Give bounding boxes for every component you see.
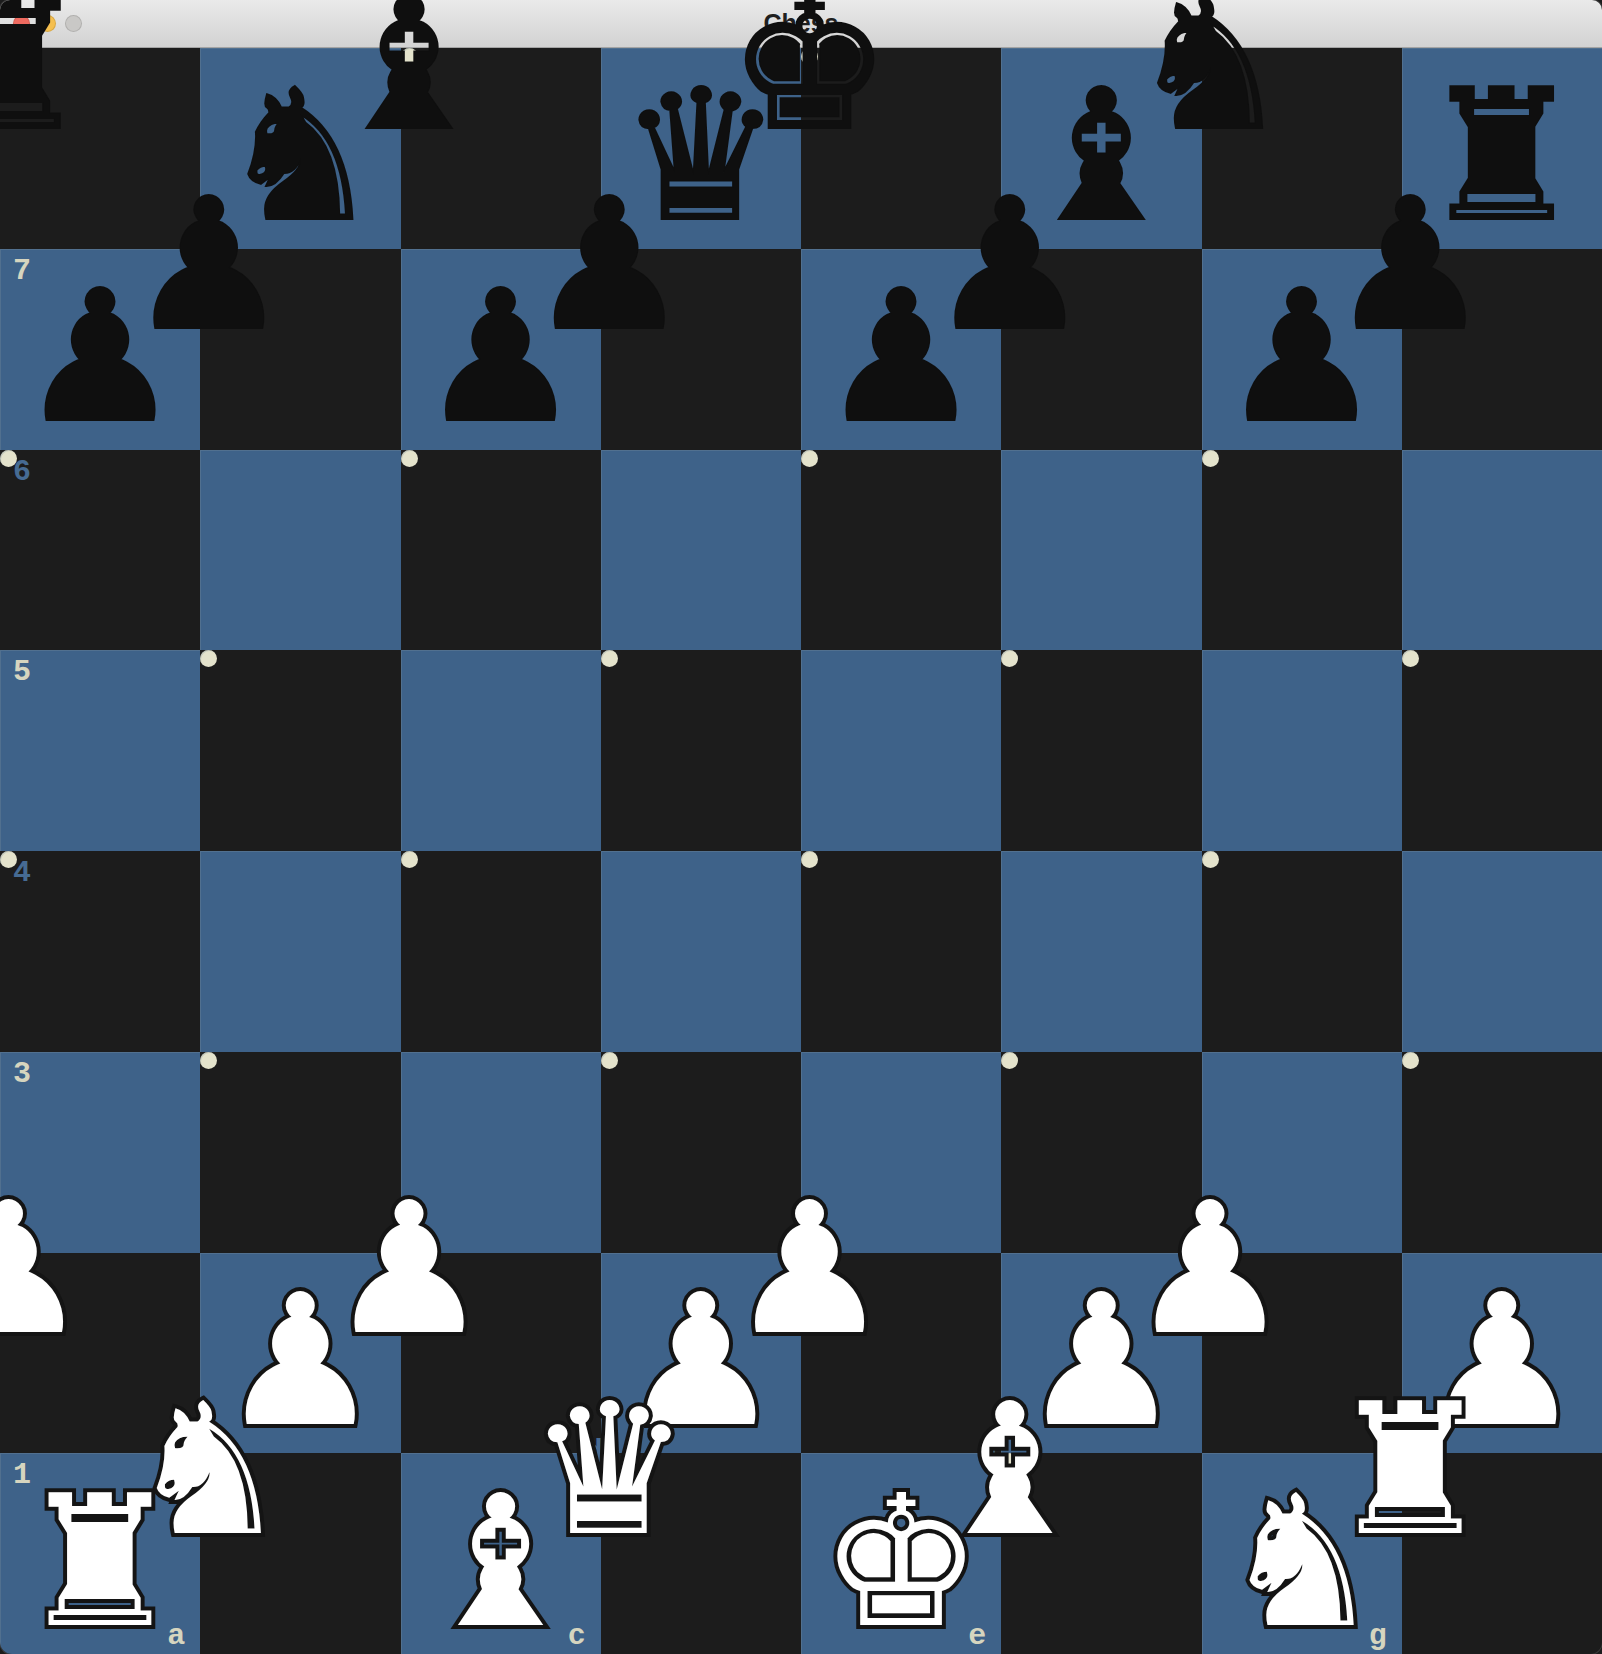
chess-board: 8♜♞♝♛♚♝♞♜7♟♟♟♟♟♟♟♟65432♟♟♟♟♟♟♟♟1a♜b♞c♝d♛… [0, 48, 1602, 1654]
rank-label-5: 5 [13, 657, 31, 687]
square-b7[interactable]: ♟ [200, 249, 217, 266]
square-h7[interactable]: ♟ [1402, 249, 1419, 266]
square-g8[interactable]: ♞ [1202, 48, 1219, 65]
piece-black-pawn[interactable]: ♟ [928, 174, 1091, 356]
square-e4[interactable] [801, 851, 818, 868]
rank-label-4: 4 [13, 858, 31, 888]
piece-white-pawn[interactable]: ♟ [1128, 1178, 1291, 1360]
square-h3[interactable] [1402, 1052, 1419, 1069]
square-d7[interactable]: ♟ [601, 249, 618, 266]
piece-black-bishop[interactable]: ♝ [327, 0, 490, 156]
square-d3[interactable] [601, 1052, 618, 1069]
square-h4[interactable] [1402, 851, 1602, 1052]
square-d5[interactable] [601, 650, 618, 667]
square-a6[interactable]: 6 [0, 450, 17, 467]
square-c4[interactable] [401, 851, 418, 868]
square-c6[interactable] [401, 450, 418, 467]
square-b3[interactable] [200, 1052, 217, 1069]
square-h5[interactable] [1402, 650, 1419, 667]
rank-label-6: 6 [13, 457, 31, 487]
square-e2[interactable]: ♟ [801, 1253, 818, 1270]
square-f1[interactable]: f♝ [1001, 1453, 1018, 1470]
square-f5[interactable] [1001, 650, 1018, 667]
piece-white-knight[interactable]: ♞ [127, 1379, 290, 1561]
chess-window: Chess 8♜♞♝♛♚♝♞♜7♟♟♟♟♟♟♟♟65432♟♟♟♟♟♟♟♟1a♜… [0, 0, 1602, 1654]
square-b6[interactable] [200, 450, 400, 651]
piece-black-pawn[interactable]: ♟ [127, 174, 290, 356]
square-f3[interactable] [1001, 1052, 1018, 1069]
square-f6[interactable] [1001, 450, 1201, 651]
piece-white-bishop[interactable]: ♝ [928, 1379, 1091, 1561]
piece-black-king[interactable]: ♚ [728, 0, 891, 156]
piece-white-queen[interactable]: ♛ [528, 1379, 691, 1561]
square-h1[interactable]: h♜ [1402, 1453, 1419, 1470]
piece-white-rook[interactable]: ♜ [1329, 1379, 1492, 1561]
piece-white-pawn[interactable]: ♟ [728, 1178, 891, 1360]
square-e8[interactable]: ♚ [801, 48, 818, 65]
square-g2[interactable]: ♟ [1202, 1253, 1219, 1270]
square-e5[interactable] [801, 650, 1001, 851]
piece-white-pawn[interactable]: ♟ [0, 1178, 90, 1360]
square-b5[interactable] [200, 650, 217, 667]
square-c2[interactable]: ♟ [401, 1253, 418, 1270]
rank-label-3: 3 [13, 1059, 31, 1089]
square-g4[interactable] [1202, 851, 1219, 868]
square-c5[interactable] [401, 650, 601, 851]
square-a5[interactable]: 5 [0, 650, 200, 851]
square-a2[interactable]: 2♟ [0, 1253, 17, 1270]
piece-black-knight[interactable]: ♞ [1128, 0, 1291, 156]
square-h6[interactable] [1402, 450, 1602, 651]
square-d1[interactable]: d♛ [601, 1453, 618, 1470]
square-g5[interactable] [1202, 650, 1402, 851]
square-c8[interactable]: ♝ [401, 48, 418, 65]
square-b4[interactable] [200, 851, 400, 1052]
square-e6[interactable] [801, 450, 818, 467]
piece-black-pawn[interactable]: ♟ [1329, 174, 1492, 356]
square-f4[interactable] [1001, 851, 1201, 1052]
square-f7[interactable]: ♟ [1001, 249, 1018, 266]
square-a8[interactable]: 8♜ [0, 48, 17, 65]
square-b1[interactable]: b♞ [200, 1453, 217, 1470]
square-g6[interactable] [1202, 450, 1219, 467]
square-a4[interactable]: 4 [0, 851, 17, 868]
piece-black-rook[interactable]: ♜ [0, 0, 90, 156]
square-d6[interactable] [601, 450, 801, 651]
square-d4[interactable] [601, 851, 801, 1052]
piece-white-pawn[interactable]: ♟ [327, 1178, 490, 1360]
piece-black-pawn[interactable]: ♟ [528, 174, 691, 356]
